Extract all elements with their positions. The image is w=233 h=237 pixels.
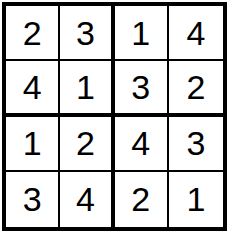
cell-digit: 2 [131, 182, 150, 216]
cell-digit: 4 [76, 182, 95, 216]
cell-digit: 4 [23, 70, 42, 104]
cell-r4c3[interactable]: 2 [115, 172, 169, 227]
cell-digit: 3 [186, 126, 205, 160]
cell-digit: 2 [23, 16, 42, 50]
cell-r1c1[interactable]: 2 [6, 6, 60, 61]
cell-digit: 2 [76, 126, 95, 160]
sudoku-board-wrap: 2314413212433421 [2, 2, 227, 231]
cell-r3c1[interactable]: 1 [6, 117, 60, 172]
cell-r4c1[interactable]: 3 [6, 172, 60, 227]
cell-digit: 3 [23, 182, 42, 216]
cell-digit: 1 [131, 16, 150, 50]
cell-r2c2[interactable]: 1 [60, 61, 114, 116]
cell-digit: 2 [186, 70, 205, 104]
cell-digit: 4 [186, 16, 205, 50]
cell-r2c4[interactable]: 2 [169, 61, 223, 116]
cell-r1c3[interactable]: 1 [115, 6, 169, 61]
cell-r2c3[interactable]: 3 [115, 61, 169, 116]
cell-r2c1[interactable]: 4 [6, 61, 60, 116]
cell-digit: 1 [23, 126, 42, 160]
cell-digit: 3 [131, 70, 150, 104]
cell-r1c4[interactable]: 4 [169, 6, 223, 61]
cell-digit: 3 [76, 16, 95, 50]
cell-r3c3[interactable]: 4 [115, 117, 169, 172]
cell-r3c2[interactable]: 2 [60, 117, 114, 172]
cell-r4c2[interactable]: 4 [60, 172, 114, 227]
cell-digit: 1 [76, 70, 95, 104]
cell-digit: 4 [131, 126, 150, 160]
cell-r4c4[interactable]: 1 [169, 172, 223, 227]
cell-digit: 1 [186, 182, 205, 216]
cell-r3c4[interactable]: 3 [169, 117, 223, 172]
sudoku-board: 2314413212433421 [2, 2, 227, 231]
cell-r1c2[interactable]: 3 [60, 6, 114, 61]
